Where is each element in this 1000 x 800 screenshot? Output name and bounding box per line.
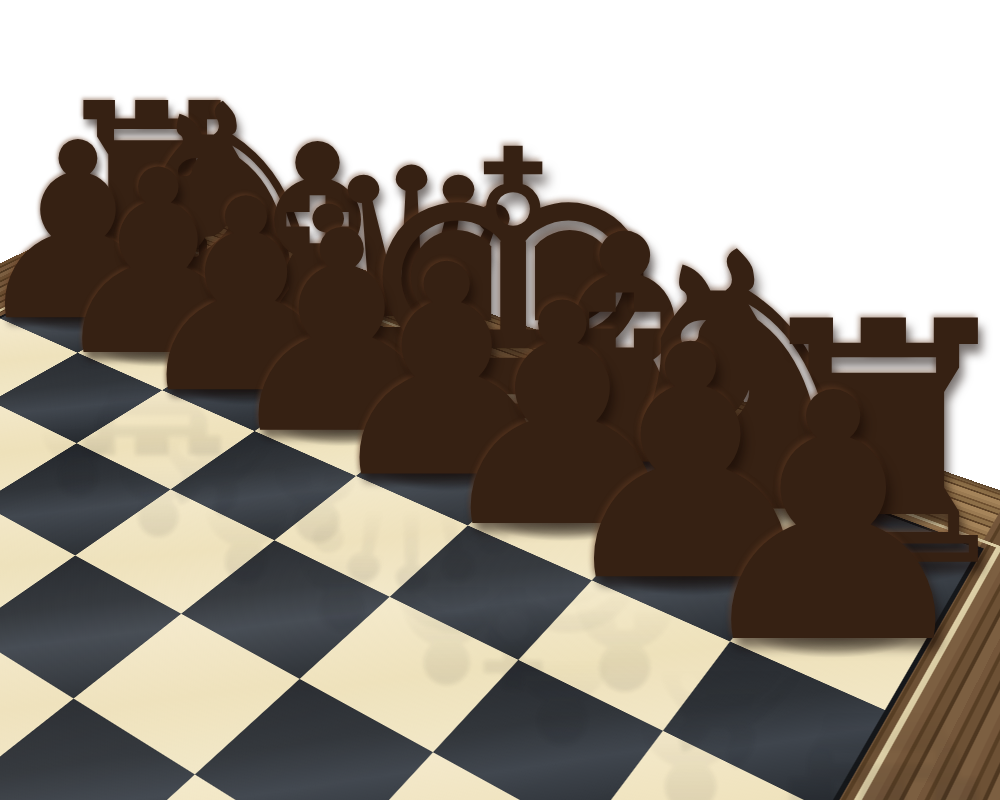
pieces-layer: ♜♞♟♝♟♛♟♚♟♝♟♞♟♜♟♟ — [0, 0, 1000, 800]
chess-set-photo-stage: ♜♞♟♝♟♛♟♚♟♝♟♞♟♜♟♟ ♜♞♟♝♟♛♟♚♟♝♟♞♟♜♟♟ — [0, 0, 1000, 800]
piece-black-pawn-h7[interactable]: ♟ — [681, 349, 987, 690]
